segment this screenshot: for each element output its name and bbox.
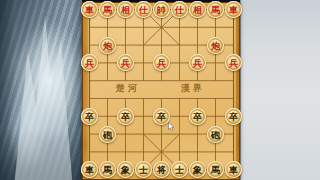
piece-character: 卒 — [121, 112, 130, 121]
piece-character: 砲 — [211, 130, 220, 139]
mouse-cursor — [168, 122, 175, 131]
piece-character: 車 — [229, 166, 238, 175]
piece-character: 炮 — [211, 41, 220, 50]
piece-black-soldier[interactable]: 卒 — [225, 108, 242, 125]
piece-red-general[interactable]: 帥 — [153, 1, 170, 18]
piece-character: 炮 — [103, 41, 112, 50]
piece-character: 仕 — [139, 6, 148, 15]
piece-black-advisor[interactable]: 士 — [171, 161, 188, 178]
piece-character: 卒 — [157, 112, 166, 121]
piece-black-soldier[interactable]: 卒 — [117, 108, 134, 125]
piece-character: 兵 — [121, 59, 130, 68]
piece-character: 兵 — [229, 59, 238, 68]
xiangqi-board[interactable]: 楚河 漢界 車馬相仕帥仕相馬車炮炮兵兵兵兵兵卒卒卒卒卒砲砲車馬象士将士象馬車 — [82, 2, 240, 180]
piece-character: 仕 — [175, 6, 184, 15]
piece-black-advisor[interactable]: 士 — [135, 161, 152, 178]
piece-black-soldier[interactable]: 卒 — [189, 108, 206, 125]
piece-red-horse[interactable]: 馬 — [99, 1, 116, 18]
piece-black-horse[interactable]: 馬 — [207, 161, 224, 178]
piece-character: 士 — [139, 166, 148, 175]
piece-character: 卒 — [229, 112, 238, 121]
piece-character: 帥 — [157, 6, 166, 15]
piece-black-general[interactable]: 将 — [153, 161, 170, 178]
piece-black-horse[interactable]: 馬 — [99, 161, 116, 178]
piece-black-chariot[interactable]: 車 — [81, 161, 98, 178]
piece-character: 兵 — [193, 59, 202, 68]
piece-character: 象 — [193, 166, 202, 175]
piece-black-chariot[interactable]: 車 — [225, 161, 242, 178]
piece-character: 将 — [157, 166, 166, 175]
river-label-chu-he: 楚河 — [116, 82, 140, 94]
piece-character: 車 — [85, 166, 94, 175]
mountain-shadow — [0, 0, 82, 180]
piece-character: 卒 — [193, 112, 202, 121]
board-field — [88, 6, 236, 175]
border-dragon-ornament — [83, 133, 88, 155]
video-frame: 楚河 漢界 車馬相仕帥仕相馬車炮炮兵兵兵兵兵卒卒卒卒卒砲砲車馬象士将士象馬車 — [0, 0, 320, 180]
piece-red-soldier[interactable]: 兵 — [225, 54, 242, 71]
piece-character: 車 — [229, 6, 238, 15]
border-dragon-ornament — [236, 133, 241, 155]
piece-red-advisor[interactable]: 仕 — [135, 1, 152, 18]
piece-character: 馬 — [211, 166, 220, 175]
board-grid — [88, 6, 236, 175]
piece-character: 卒 — [85, 112, 94, 121]
piece-red-elephant[interactable]: 相 — [117, 1, 134, 18]
piece-black-cannon[interactable]: 砲 — [207, 126, 224, 143]
piece-black-elephant[interactable]: 象 — [189, 161, 206, 178]
piece-red-elephant[interactable]: 相 — [189, 1, 206, 18]
piece-character: 馬 — [211, 6, 220, 15]
piece-character: 砲 — [103, 130, 112, 139]
piece-character: 相 — [121, 6, 130, 15]
piece-character: 馬 — [103, 6, 112, 15]
piece-red-chariot[interactable]: 車 — [81, 1, 98, 18]
piece-red-advisor[interactable]: 仕 — [171, 1, 188, 18]
right-panel-background — [240, 0, 320, 180]
piece-red-cannon[interactable]: 炮 — [207, 37, 224, 54]
piece-character: 馬 — [103, 166, 112, 175]
piece-character: 車 — [85, 6, 94, 15]
piece-red-horse[interactable]: 馬 — [207, 1, 224, 18]
piece-red-chariot[interactable]: 車 — [225, 1, 242, 18]
piece-black-soldier[interactable]: 卒 — [81, 108, 98, 125]
piece-character: 士 — [175, 166, 184, 175]
piece-black-elephant[interactable]: 象 — [117, 161, 134, 178]
piece-black-cannon[interactable]: 砲 — [99, 126, 116, 143]
piece-character: 象 — [121, 166, 130, 175]
piece-red-cannon[interactable]: 炮 — [99, 37, 116, 54]
mountain-background — [0, 0, 82, 180]
piece-character: 兵 — [85, 59, 94, 68]
piece-character: 兵 — [157, 59, 166, 68]
river-label-han-jie: 漢界 — [181, 82, 205, 94]
piece-character: 相 — [193, 6, 202, 15]
